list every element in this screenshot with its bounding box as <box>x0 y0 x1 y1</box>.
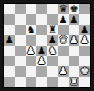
square-h6[interactable]: ♟ <box>79 25 90 35</box>
square-c5[interactable] <box>26 35 37 45</box>
square-d4[interactable]: ♟ <box>36 46 47 56</box>
white-pawn: ♟ <box>80 35 89 45</box>
square-a2[interactable] <box>4 66 15 76</box>
square-d8[interactable] <box>36 4 47 14</box>
square-b7[interactable] <box>15 14 26 24</box>
black-pawn: ♟ <box>59 15 68 25</box>
square-e5[interactable]: ♟ <box>47 35 58 45</box>
square-e4[interactable]: ♞ <box>47 46 58 56</box>
square-f6[interactable] <box>58 25 69 35</box>
white-king: ♚ <box>80 66 89 76</box>
square-a7[interactable] <box>4 14 15 24</box>
square-d1[interactable] <box>36 77 47 87</box>
black-pawn: ♟ <box>80 25 89 35</box>
black-pawn: ♟ <box>5 35 14 45</box>
black-queen: ♛ <box>59 4 68 14</box>
white-pawn: ♟ <box>26 46 35 56</box>
square-a6[interactable] <box>4 25 15 35</box>
square-a1[interactable] <box>4 77 15 87</box>
white-rook: ♜ <box>69 77 78 87</box>
square-f4[interactable] <box>58 46 69 56</box>
square-d5[interactable] <box>36 35 47 45</box>
black-king: ♚ <box>69 4 78 14</box>
square-f3[interactable] <box>58 56 69 66</box>
white-pawn: ♟ <box>69 35 78 45</box>
square-g5[interactable]: ♟ <box>69 35 80 45</box>
square-e6[interactable]: ♜ <box>47 25 58 35</box>
square-h7[interactable] <box>79 14 90 24</box>
square-c6[interactable]: ♞ <box>26 25 37 35</box>
square-c8[interactable] <box>26 4 37 14</box>
square-c3[interactable] <box>26 56 37 66</box>
chess-board-frame: ♛♚♟♟♞♜♟♟♟♛♟♟♟♟♞♟♟♚♜ <box>0 0 94 91</box>
white-pawn: ♟ <box>59 66 68 76</box>
square-a8[interactable] <box>4 4 15 14</box>
square-h5[interactable]: ♟ <box>79 35 90 45</box>
square-e3[interactable] <box>47 56 58 66</box>
square-b5[interactable] <box>15 35 26 45</box>
white-knight: ♞ <box>48 46 57 56</box>
white-pawn: ♟ <box>37 56 46 66</box>
square-g7[interactable]: ♟ <box>69 14 80 24</box>
square-d2[interactable] <box>36 66 47 76</box>
square-a4[interactable] <box>4 46 15 56</box>
black-knight: ♞ <box>26 25 35 35</box>
square-b2[interactable] <box>15 66 26 76</box>
square-c2[interactable] <box>26 66 37 76</box>
square-a5[interactable]: ♟ <box>4 35 15 45</box>
square-d7[interactable] <box>36 14 47 24</box>
square-f2[interactable]: ♟ <box>58 66 69 76</box>
black-pawn: ♟ <box>69 15 78 25</box>
square-e7[interactable] <box>47 14 58 24</box>
square-h2[interactable]: ♚ <box>79 66 90 76</box>
square-a3[interactable] <box>4 56 15 66</box>
square-c4[interactable]: ♟ <box>26 46 37 56</box>
square-b6[interactable] <box>15 25 26 35</box>
square-b8[interactable] <box>15 4 26 14</box>
square-f7[interactable]: ♟ <box>58 14 69 24</box>
square-h4[interactable] <box>79 46 90 56</box>
square-e8[interactable] <box>47 4 58 14</box>
square-b4[interactable] <box>15 46 26 56</box>
black-rook: ♜ <box>48 25 57 35</box>
square-h3[interactable] <box>79 56 90 66</box>
square-g4[interactable] <box>69 46 80 56</box>
square-e1[interactable] <box>47 77 58 87</box>
black-pawn: ♟ <box>48 35 57 45</box>
square-g3[interactable] <box>69 56 80 66</box>
square-c7[interactable] <box>26 14 37 24</box>
square-e2[interactable] <box>47 66 58 76</box>
square-d3[interactable]: ♟ <box>36 56 47 66</box>
square-b3[interactable] <box>15 56 26 66</box>
square-f1[interactable] <box>58 77 69 87</box>
square-b1[interactable] <box>15 77 26 87</box>
square-h8[interactable] <box>79 4 90 14</box>
square-d6[interactable] <box>36 25 47 35</box>
square-f8[interactable]: ♛ <box>58 4 69 14</box>
black-pawn: ♟ <box>37 46 46 56</box>
white-queen: ♛ <box>59 35 68 45</box>
square-h1[interactable] <box>79 77 90 87</box>
square-f5[interactable]: ♛ <box>58 35 69 45</box>
square-g8[interactable]: ♚ <box>69 4 80 14</box>
square-g6[interactable] <box>69 25 80 35</box>
square-g2[interactable] <box>69 66 80 76</box>
chess-board: ♛♚♟♟♞♜♟♟♟♛♟♟♟♟♞♟♟♚♜ <box>3 3 91 88</box>
square-g1[interactable]: ♜ <box>69 77 80 87</box>
square-c1[interactable] <box>26 77 37 87</box>
